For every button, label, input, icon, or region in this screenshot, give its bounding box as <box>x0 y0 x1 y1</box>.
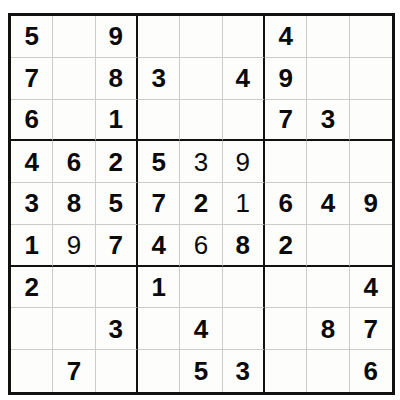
cell-r4c3[interactable]: 2 <box>96 141 138 183</box>
cell-r1c8[interactable] <box>307 16 349 58</box>
cell-r4c7[interactable] <box>265 141 307 183</box>
cell-r9c1[interactable] <box>11 350 53 392</box>
cell-r1c9[interactable] <box>350 16 392 58</box>
cell-r9c8[interactable] <box>307 350 349 392</box>
cell-r2c2[interactable] <box>53 58 95 100</box>
cell-r1c4[interactable] <box>138 16 180 58</box>
cell-r4c2[interactable]: 6 <box>53 141 95 183</box>
cell-r8c2[interactable] <box>53 308 95 350</box>
cell-r3c5[interactable] <box>180 100 222 142</box>
cell-r5c1[interactable]: 3 <box>11 183 53 225</box>
cell-r3c2[interactable] <box>53 100 95 142</box>
cell-r2c3[interactable]: 8 <box>96 58 138 100</box>
cell-r6c7[interactable]: 2 <box>265 225 307 267</box>
cell-r9c2[interactable]: 7 <box>53 350 95 392</box>
cell-r4c6[interactable]: 9 <box>223 141 265 183</box>
cell-r2c7[interactable]: 9 <box>265 58 307 100</box>
cell-r1c6[interactable] <box>223 16 265 58</box>
cell-r2c1[interactable]: 7 <box>11 58 53 100</box>
cell-r1c3[interactable]: 9 <box>96 16 138 58</box>
cell-r4c5[interactable]: 3 <box>180 141 222 183</box>
cell-r5c8[interactable]: 4 <box>307 183 349 225</box>
cell-r5c4[interactable]: 7 <box>138 183 180 225</box>
cell-r3c9[interactable] <box>350 100 392 142</box>
cell-r6c5[interactable]: 6 <box>180 225 222 267</box>
cell-r2c6[interactable]: 4 <box>223 58 265 100</box>
cell-r7c8[interactable] <box>307 267 349 309</box>
cell-r7c1[interactable]: 2 <box>11 267 53 309</box>
cell-r2c8[interactable] <box>307 58 349 100</box>
cell-r6c6[interactable]: 8 <box>223 225 265 267</box>
cell-r7c7[interactable] <box>265 267 307 309</box>
cell-r7c2[interactable] <box>53 267 95 309</box>
cell-r2c5[interactable] <box>180 58 222 100</box>
cell-r7c4[interactable]: 1 <box>138 267 180 309</box>
cell-r8c7[interactable] <box>265 308 307 350</box>
cell-r7c9[interactable]: 4 <box>350 267 392 309</box>
cell-r6c1[interactable]: 1 <box>11 225 53 267</box>
cell-r7c6[interactable] <box>223 267 265 309</box>
cell-r4c1[interactable]: 4 <box>11 141 53 183</box>
sudoku-board: 5947834961734625393857216491974682214348… <box>8 13 395 395</box>
cell-r8c3[interactable]: 3 <box>96 308 138 350</box>
cell-r7c5[interactable] <box>180 267 222 309</box>
cell-r7c3[interactable] <box>96 267 138 309</box>
cell-r3c1[interactable]: 6 <box>11 100 53 142</box>
cell-r3c4[interactable] <box>138 100 180 142</box>
cell-r8c9[interactable]: 7 <box>350 308 392 350</box>
cell-r8c1[interactable] <box>11 308 53 350</box>
cell-r9c9[interactable]: 6 <box>350 350 392 392</box>
cell-r3c7[interactable]: 7 <box>265 100 307 142</box>
cell-r8c4[interactable] <box>138 308 180 350</box>
cell-r9c5[interactable]: 5 <box>180 350 222 392</box>
cell-r6c3[interactable]: 7 <box>96 225 138 267</box>
cell-r5c9[interactable]: 9 <box>350 183 392 225</box>
cell-r6c9[interactable] <box>350 225 392 267</box>
cell-r8c8[interactable]: 8 <box>307 308 349 350</box>
cell-r4c8[interactable] <box>307 141 349 183</box>
cell-r3c8[interactable]: 3 <box>307 100 349 142</box>
cell-r3c6[interactable] <box>223 100 265 142</box>
cell-r5c2[interactable]: 8 <box>53 183 95 225</box>
cell-r6c8[interactable] <box>307 225 349 267</box>
cell-r1c5[interactable] <box>180 16 222 58</box>
cell-r5c7[interactable]: 6 <box>265 183 307 225</box>
cell-r4c4[interactable]: 5 <box>138 141 180 183</box>
cell-r1c7[interactable]: 4 <box>265 16 307 58</box>
cell-r2c9[interactable] <box>350 58 392 100</box>
sudoku-page: 5947834961734625393857216491974682214348… <box>8 13 395 395</box>
cell-r5c6[interactable]: 1 <box>223 183 265 225</box>
cell-r2c4[interactable]: 3 <box>138 58 180 100</box>
cell-r3c3[interactable]: 1 <box>96 100 138 142</box>
cell-r9c3[interactable] <box>96 350 138 392</box>
cell-r1c2[interactable] <box>53 16 95 58</box>
cell-r1c1[interactable]: 5 <box>11 16 53 58</box>
cell-r5c5[interactable]: 2 <box>180 183 222 225</box>
cell-r4c9[interactable] <box>350 141 392 183</box>
cell-r9c4[interactable] <box>138 350 180 392</box>
cell-r6c2[interactable]: 9 <box>53 225 95 267</box>
cell-r5c3[interactable]: 5 <box>96 183 138 225</box>
cell-r9c7[interactable] <box>265 350 307 392</box>
cell-r9c6[interactable]: 3 <box>223 350 265 392</box>
cell-r8c6[interactable] <box>223 308 265 350</box>
cell-r8c5[interactable]: 4 <box>180 308 222 350</box>
cell-r6c4[interactable]: 4 <box>138 225 180 267</box>
